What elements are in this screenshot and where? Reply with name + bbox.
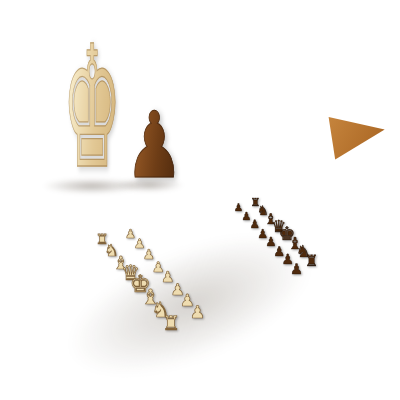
board-square-a3 (139, 223, 172, 239)
box-mini-pieces-icons: ♟♜♞♝♛♚♝♞♜♟ (150, 17, 257, 28)
box-art-pattern (224, 8, 396, 130)
chess-piece-black-n-b8: ♞ (257, 204, 269, 217)
box-art-chessboard (255, 31, 359, 104)
chess-piece-white-p-a2: ♟ (125, 228, 136, 240)
board-square-a1 (82, 236, 121, 255)
board-square-a6 (207, 209, 234, 223)
board-square-b8 (251, 209, 275, 222)
box-bottom-face (322, 112, 388, 162)
board-square-a4 (164, 218, 195, 233)
board-square-b2 (121, 240, 157, 258)
box-art-white-pieces: ♙♙♖ (259, 71, 281, 84)
box-art-checkers-board (219, 79, 261, 103)
board-square-b6 (215, 218, 242, 232)
box-side-face: ♛♞ (350, 8, 396, 130)
file-label-b: b (80, 261, 91, 265)
chess-piece-black-q-d8: ♛ (271, 218, 286, 235)
pawn-glyph: ♟ (125, 100, 183, 192)
product-photo: ♟♜♞♝♛♚♝♞♜♟ ШАХМАТЫ, ШАШКИ, НАРДЫ ДЕРЕВЯН… (0, 0, 400, 400)
file-label-c: c (90, 274, 101, 278)
chess-piece-white-b-c1: ♝ (113, 253, 129, 271)
box-art-chessboard-photo: ♙♙♖ ♜♞♟ (251, 18, 359, 118)
box-art-black-pieces: ♜♞♟ (315, 25, 350, 41)
board-square-a2 (112, 229, 148, 247)
box-side-pieces-image: ♛♞ (358, 42, 379, 59)
backgammon-bar (179, 71, 181, 91)
box-material-label: ДЕРЕВЯННЫЕ (152, 51, 257, 64)
box-title-block: ♟♜♞♝♛♚♝♞♜♟ ШАХМАТЫ, ШАШКИ, НАРДЫ ДЕРЕВЯН… (150, 17, 257, 79)
chess-piece-black-r-a8: ♜ (250, 197, 260, 208)
chess-piece-black-p-b7: ♟ (242, 210, 252, 221)
board-square-b7 (234, 213, 259, 226)
rank-label-8: 8 (316, 273, 321, 276)
backgammon-half (164, 70, 179, 90)
file-label-a: a (71, 249, 82, 253)
chess-piece-white-r-a1: ♜ (96, 233, 108, 247)
wooden-pawn-piece: ♟ (108, 92, 200, 192)
chess-piece-white-p-b2: ♟ (134, 238, 146, 251)
box-art-backgammon-board (163, 68, 198, 95)
backgammon-half (180, 72, 196, 93)
chess-piece-black-b-c8: ♝ (264, 211, 277, 226)
box-title-line2: ШАШКИ, НАРДЫ (151, 39, 256, 56)
board-square-a5 (186, 213, 215, 228)
box-title-line1: ШАХМАТЫ, (150, 24, 256, 40)
board-square-b3 (148, 234, 181, 251)
box-art-chess-pieces: ♚♛♝ (206, 71, 226, 87)
chess-piece-white-n-b1: ♞ (104, 243, 119, 259)
box-badge-3in1: 3 в 1 (152, 56, 256, 78)
chess-piece-black-p-c7: ♟ (249, 219, 259, 231)
board-square-a8 (243, 201, 267, 213)
board-square-b4 (172, 228, 203, 244)
board-square-b1 (91, 247, 130, 267)
board-square-a7 (226, 205, 251, 218)
chess-piece-black-p-a7: ♟ (234, 202, 243, 213)
board-square-c8 (259, 217, 282, 230)
board-shadow (49, 205, 331, 400)
board-square-b5 (195, 223, 224, 238)
